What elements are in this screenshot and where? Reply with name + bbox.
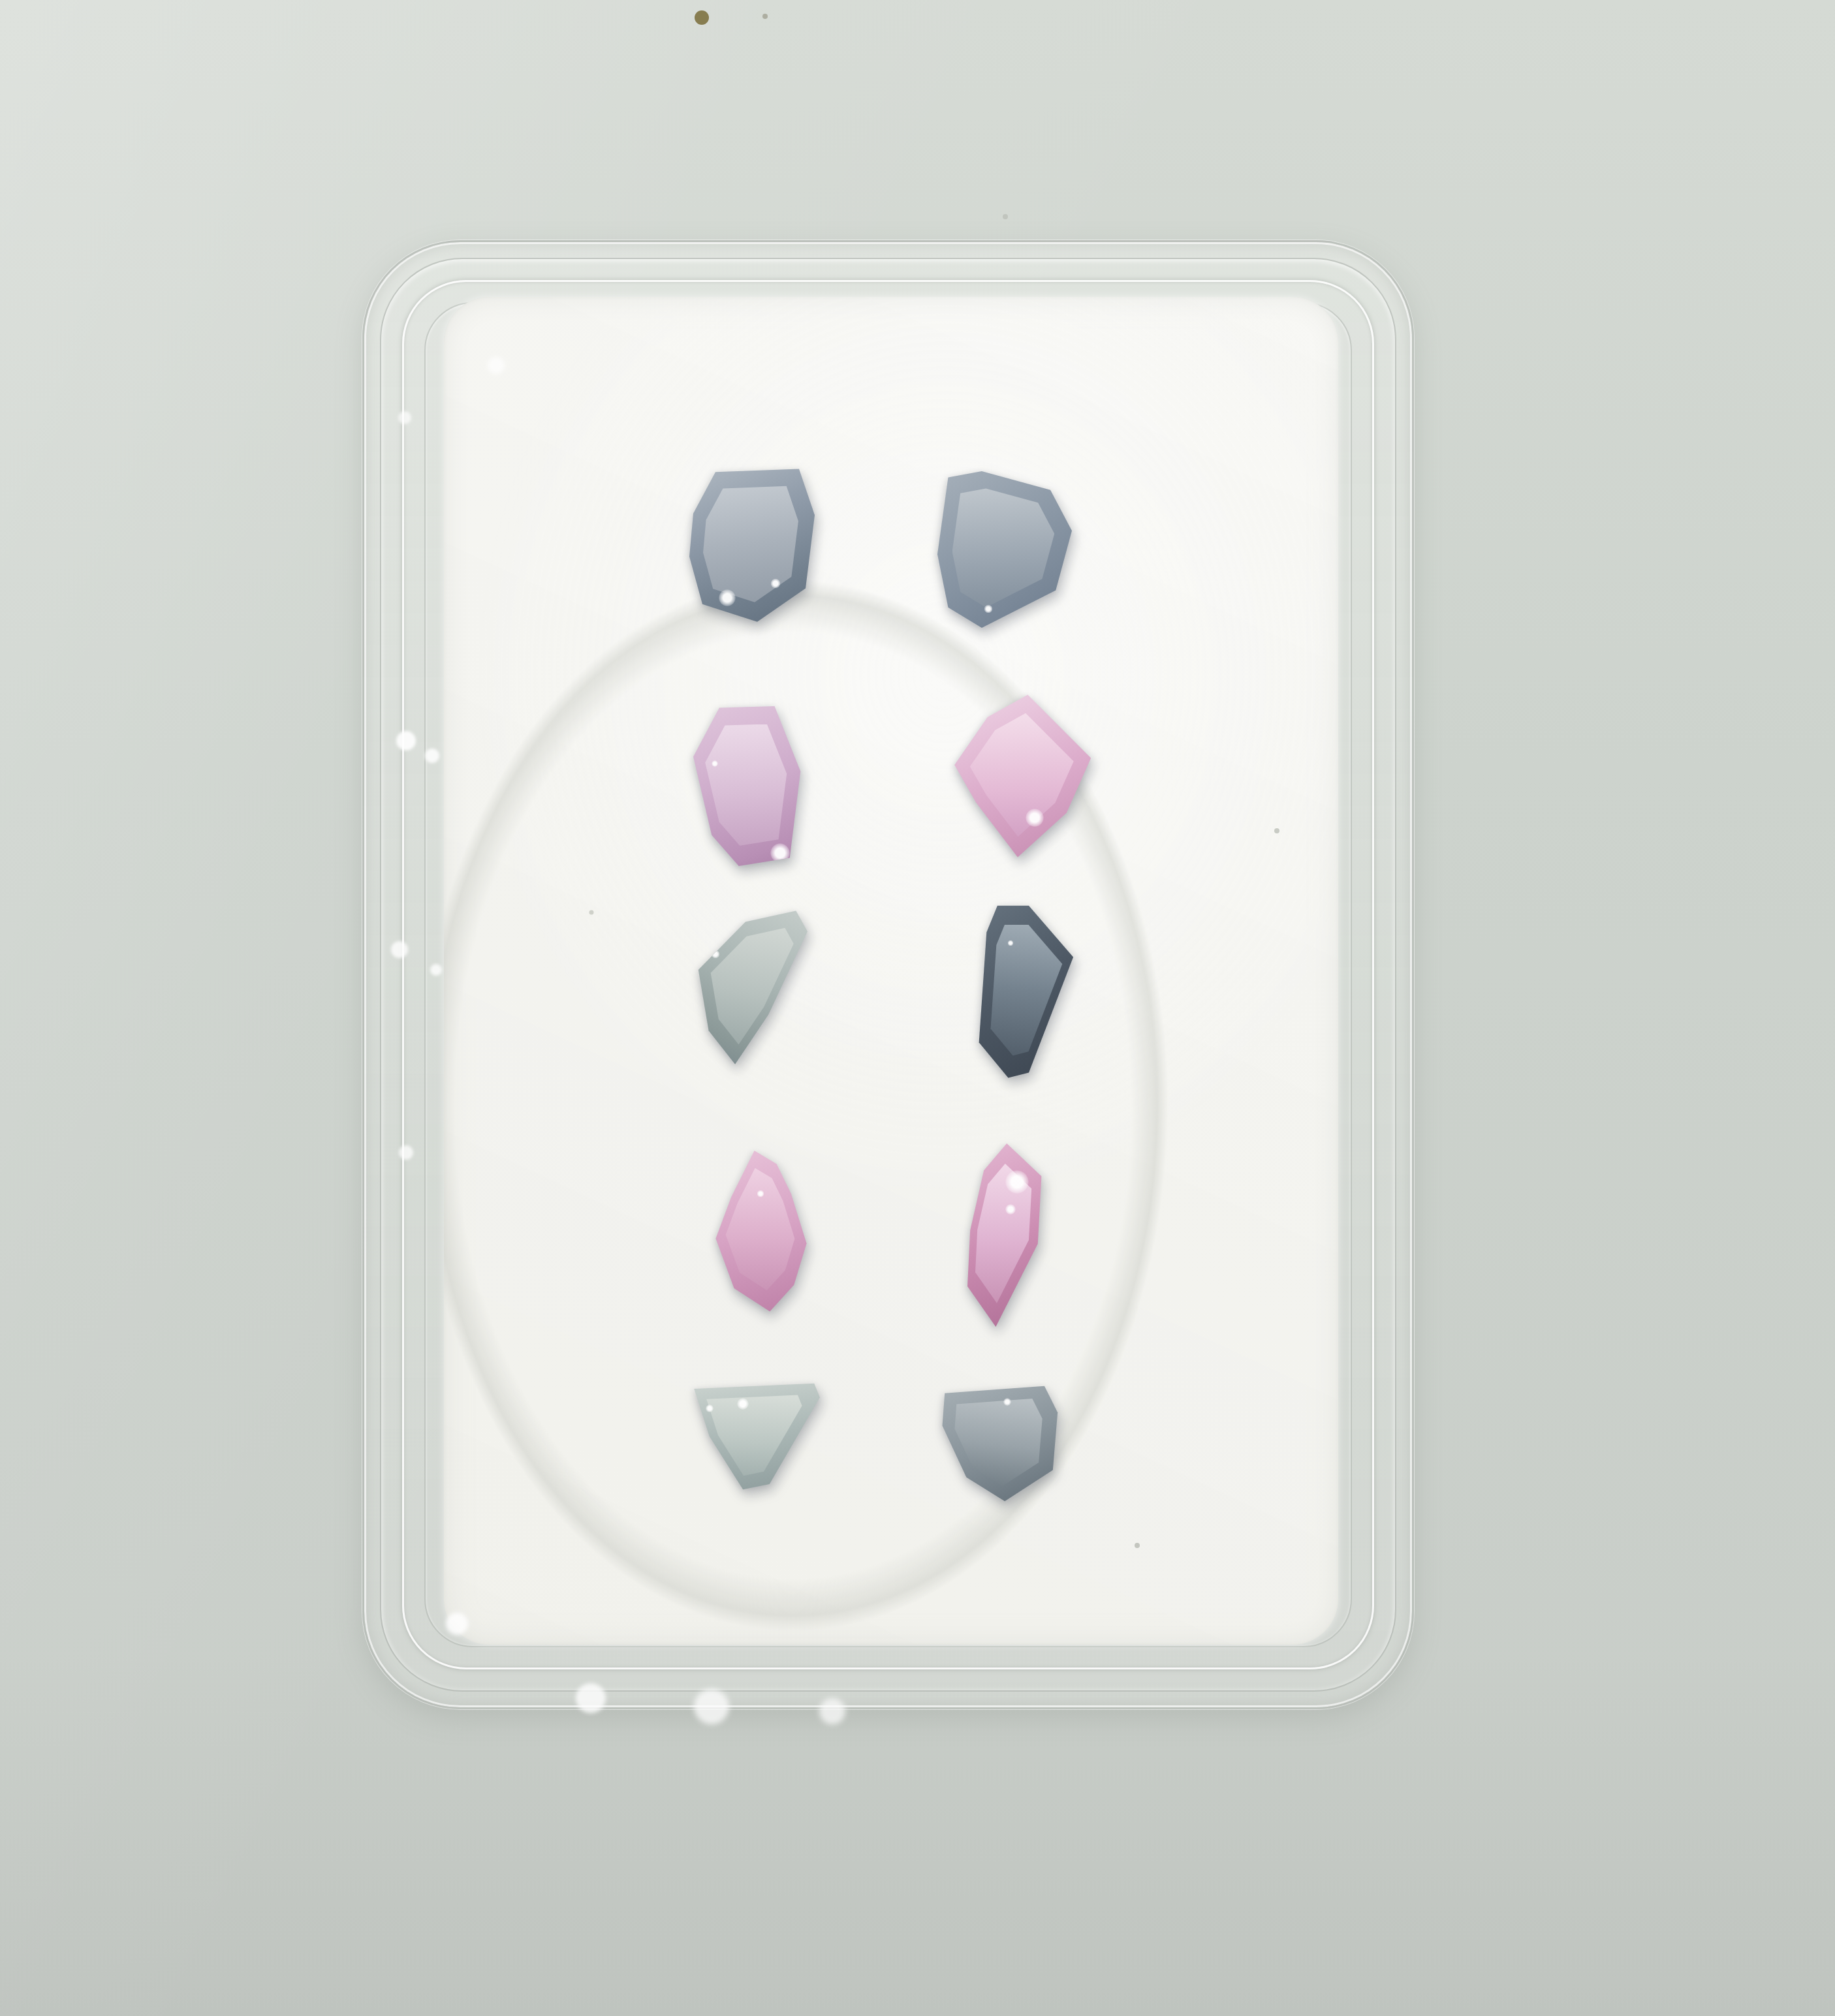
glint bbox=[488, 357, 505, 374]
glint bbox=[391, 941, 408, 958]
glint bbox=[399, 1145, 413, 1160]
glint bbox=[396, 731, 416, 751]
dust-speck bbox=[695, 10, 709, 25]
glint bbox=[819, 1698, 845, 1724]
glint bbox=[576, 1683, 606, 1713]
photo-scene bbox=[0, 0, 1835, 2016]
glint bbox=[694, 1689, 729, 1724]
glint bbox=[430, 964, 442, 976]
dust-speck bbox=[1003, 214, 1008, 219]
dust-speck bbox=[1274, 828, 1279, 833]
foam-insert bbox=[444, 297, 1338, 1645]
dust-speck bbox=[589, 910, 594, 915]
glint bbox=[398, 411, 411, 424]
dust-speck bbox=[762, 14, 768, 19]
glint bbox=[425, 749, 439, 763]
glint bbox=[446, 1613, 468, 1635]
dust-speck bbox=[1135, 1543, 1140, 1548]
